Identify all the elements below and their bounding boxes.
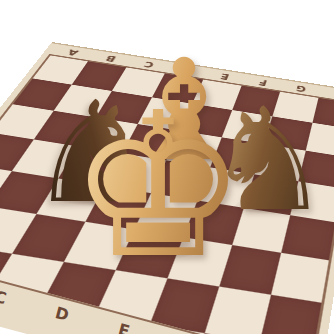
white-king-piece: ♚ [68,86,247,286]
chess-photo-stage: ABCDEFGH ABCDEFGH ♝ ♞ ♞ ♚ [0,0,334,334]
board-square [260,295,323,334]
file-label: D [24,296,96,334]
